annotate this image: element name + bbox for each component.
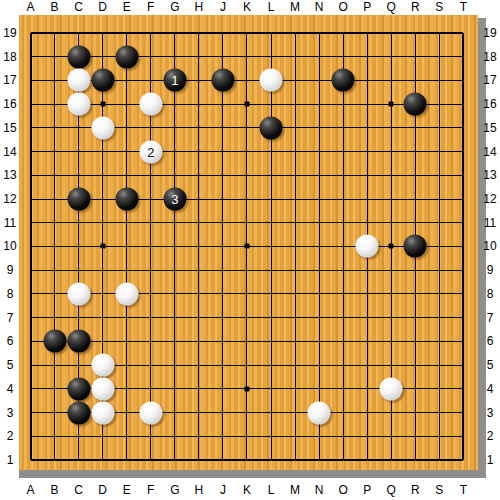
stone-white-f16[interactable] <box>139 93 162 116</box>
stone-white-d3[interactable] <box>91 401 114 424</box>
coord-label-right-10: 10 <box>483 240 496 252</box>
coord-label-left-6: 6 <box>7 335 14 347</box>
move-number-1: 1 <box>171 74 178 87</box>
coord-label-top-o: O <box>338 1 347 13</box>
coord-label-top-r: R <box>411 1 420 13</box>
stone-white-c16[interactable] <box>67 93 90 116</box>
star-point-q10 <box>389 244 394 249</box>
coord-label-right-19: 19 <box>483 27 496 39</box>
coord-label-left-12: 12 <box>3 193 16 205</box>
stone-black-b6[interactable] <box>43 330 66 353</box>
coord-label-right-16: 16 <box>483 98 496 110</box>
coord-label-bottom-m: M <box>290 484 300 496</box>
coord-label-bottom-r: R <box>411 484 420 496</box>
coord-label-right-13: 13 <box>483 169 496 181</box>
coord-label-bottom-q: Q <box>387 484 396 496</box>
coord-label-bottom-h: H <box>195 484 204 496</box>
coord-label-left-15: 15 <box>3 122 16 134</box>
stone-white-c8[interactable] <box>67 282 90 305</box>
stone-white-f14[interactable]: 2 <box>139 140 162 163</box>
coord-label-top-a: A <box>26 1 34 13</box>
stone-black-g12[interactable]: 3 <box>163 188 186 211</box>
coord-label-top-k: K <box>243 1 251 13</box>
coord-label-left-19: 19 <box>3 27 16 39</box>
coord-label-right-11: 11 <box>484 217 496 229</box>
coord-label-right-14: 14 <box>483 146 496 158</box>
coord-label-top-e: E <box>123 1 131 13</box>
coord-label-left-1: 1 <box>7 454 14 466</box>
coord-label-right-9: 9 <box>487 264 494 276</box>
star-point-k10 <box>244 244 249 249</box>
coord-label-top-c: C <box>74 1 83 13</box>
coord-label-left-2: 2 <box>7 430 14 442</box>
star-point-k4 <box>244 386 249 391</box>
coord-label-left-9: 9 <box>7 264 14 276</box>
coord-label-top-l: L <box>268 1 275 13</box>
coord-label-top-d: D <box>98 1 107 13</box>
coord-label-bottom-f: F <box>147 484 154 496</box>
coord-label-top-n: N <box>315 1 324 13</box>
stone-black-r10[interactable] <box>404 235 427 258</box>
coord-label-bottom-g: G <box>170 484 179 496</box>
move-number-3: 3 <box>171 193 178 206</box>
stone-black-d17[interactable] <box>91 69 114 92</box>
coord-label-top-b: B <box>51 1 59 13</box>
coord-label-right-12: 12 <box>483 193 496 205</box>
stone-black-c4[interactable] <box>67 377 90 400</box>
stone-white-e8[interactable] <box>115 282 138 305</box>
coord-label-bottom-l: L <box>268 484 275 496</box>
coord-label-top-h: H <box>195 1 204 13</box>
coord-label-right-6: 6 <box>487 335 494 347</box>
coord-label-left-3: 3 <box>7 407 14 419</box>
stone-black-c18[interactable] <box>67 45 90 68</box>
coord-label-top-f: F <box>147 1 154 13</box>
coord-label-bottom-p: P <box>363 484 371 496</box>
stone-white-c17[interactable] <box>67 69 90 92</box>
stone-white-q4[interactable] <box>380 377 403 400</box>
board-shadow-bottom <box>19 470 486 478</box>
coord-label-left-4: 4 <box>7 383 14 395</box>
coord-label-bottom-e: E <box>123 484 131 496</box>
coord-label-left-8: 8 <box>7 288 14 300</box>
coord-label-right-5: 5 <box>487 359 494 371</box>
coord-label-bottom-d: D <box>98 484 107 496</box>
star-point-q16 <box>389 102 394 107</box>
stone-black-c3[interactable] <box>67 401 90 424</box>
coord-label-left-17: 17 <box>3 74 16 86</box>
star-point-k16 <box>244 102 249 107</box>
coord-label-bottom-a: A <box>26 484 34 496</box>
coord-label-bottom-c: C <box>74 484 83 496</box>
coord-label-top-g: G <box>170 1 179 13</box>
page-background: AABBCCDDEEFFGGHHJJKKLLMMNNOOPPQQRRSSTT19… <box>0 0 500 500</box>
coord-label-right-4: 4 <box>487 383 494 395</box>
coord-label-top-q: Q <box>387 1 396 13</box>
coord-label-left-18: 18 <box>3 51 16 63</box>
coord-label-bottom-b: B <box>51 484 59 496</box>
coord-label-top-s: S <box>435 1 443 13</box>
coord-label-right-2: 2 <box>487 430 494 442</box>
coord-label-top-t: T <box>460 1 467 13</box>
star-point-d16 <box>100 102 105 107</box>
stone-black-g17[interactable]: 1 <box>163 69 186 92</box>
stone-white-d4[interactable] <box>91 377 114 400</box>
coord-label-bottom-o: O <box>338 484 347 496</box>
stone-white-l17[interactable] <box>260 69 283 92</box>
stone-black-j17[interactable] <box>211 69 234 92</box>
coord-label-right-7: 7 <box>487 312 494 324</box>
stone-white-n3[interactable] <box>308 401 331 424</box>
move-number-2: 2 <box>147 145 154 158</box>
coord-label-left-14: 14 <box>3 146 16 158</box>
stone-white-p10[interactable] <box>356 235 379 258</box>
stone-black-e12[interactable] <box>115 188 138 211</box>
stone-black-l15[interactable] <box>260 116 283 139</box>
coord-label-right-15: 15 <box>483 122 496 134</box>
coord-label-right-8: 8 <box>487 288 494 300</box>
coord-label-top-p: P <box>363 1 371 13</box>
coord-label-top-m: M <box>290 1 300 13</box>
coord-label-bottom-k: K <box>243 484 251 496</box>
coord-label-left-10: 10 <box>3 240 16 252</box>
stone-black-r16[interactable] <box>404 93 427 116</box>
stone-black-c6[interactable] <box>67 330 90 353</box>
coord-label-right-3: 3 <box>487 407 494 419</box>
coord-label-right-18: 18 <box>483 51 496 63</box>
stone-black-c12[interactable] <box>67 188 90 211</box>
coord-label-bottom-n: N <box>315 484 324 496</box>
stone-white-f3[interactable] <box>139 401 162 424</box>
coord-label-left-13: 13 <box>3 169 16 181</box>
coord-label-right-17: 17 <box>483 74 496 86</box>
stone-black-o17[interactable] <box>332 69 355 92</box>
stone-white-d5[interactable] <box>91 354 114 377</box>
star-point-d10 <box>100 244 105 249</box>
coord-label-left-11: 11 <box>4 217 16 229</box>
coord-label-bottom-j: J <box>220 484 226 496</box>
coord-label-left-7: 7 <box>7 312 14 324</box>
stone-black-e18[interactable] <box>115 45 138 68</box>
coord-label-left-5: 5 <box>7 359 14 371</box>
coord-label-top-j: J <box>220 1 226 13</box>
coord-label-bottom-t: T <box>460 484 467 496</box>
coord-label-right-1: 1 <box>487 454 494 466</box>
coord-label-left-16: 16 <box>3 98 16 110</box>
stone-white-d15[interactable] <box>91 116 114 139</box>
coord-label-bottom-s: S <box>435 484 443 496</box>
